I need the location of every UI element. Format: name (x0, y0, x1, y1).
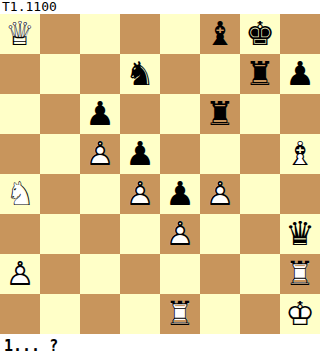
square-h5[interactable]: ♝♗ (280, 134, 320, 174)
square-e7[interactable] (160, 54, 200, 94)
square-c2[interactable] (80, 254, 120, 294)
square-f5[interactable] (200, 134, 240, 174)
square-c8[interactable] (80, 14, 120, 54)
piece-black-bishop: ♝ (200, 14, 240, 54)
square-c7[interactable] (80, 54, 120, 94)
square-b5[interactable] (40, 134, 80, 174)
square-b4[interactable] (40, 174, 80, 214)
square-g7[interactable]: ♜ (240, 54, 280, 94)
square-c5[interactable]: ♟♙ (80, 134, 120, 174)
square-e4[interactable]: ♟ (160, 174, 200, 214)
piece-black-rook: ♜ (200, 94, 240, 134)
square-d6[interactable] (120, 94, 160, 134)
piece-black-knight: ♞ (120, 54, 160, 94)
piece-white-king: ♚♔ (280, 294, 320, 334)
square-d4[interactable]: ♟♙ (120, 174, 160, 214)
square-e3[interactable]: ♟♙ (160, 214, 200, 254)
square-e8[interactable] (160, 14, 200, 54)
piece-black-rook: ♜ (240, 54, 280, 94)
piece-white-rook: ♜♖ (160, 294, 200, 334)
square-c1[interactable] (80, 294, 120, 334)
piece-white-pawn: ♟♙ (200, 174, 240, 214)
piece-white-pawn: ♟♙ (120, 174, 160, 214)
piece-black-pawn: ♟ (160, 174, 200, 214)
chess-puzzle-page: T1.1100 ♛♕♝♚♞♜♟♟♜♟♙♟♝♗♞♘♟♙♟♟♙♟♙♛♟♙♜♖♜♖♚♔… (0, 0, 320, 360)
chessboard: ♛♕♝♚♞♜♟♟♜♟♙♟♝♗♞♘♟♙♟♟♙♟♙♛♟♙♜♖♜♖♚♔ (0, 14, 320, 334)
piece-white-pawn: ♟♙ (160, 214, 200, 254)
piece-white-bishop: ♝♗ (280, 134, 320, 174)
piece-white-queen: ♛♕ (0, 14, 40, 54)
square-f8[interactable]: ♝ (200, 14, 240, 54)
square-a3[interactable] (0, 214, 40, 254)
square-d1[interactable] (120, 294, 160, 334)
square-g4[interactable] (240, 174, 280, 214)
square-f4[interactable]: ♟♙ (200, 174, 240, 214)
square-h2[interactable]: ♜♖ (280, 254, 320, 294)
square-e5[interactable] (160, 134, 200, 174)
square-a4[interactable]: ♞♘ (0, 174, 40, 214)
square-c4[interactable] (80, 174, 120, 214)
square-b7[interactable] (40, 54, 80, 94)
square-a7[interactable] (0, 54, 40, 94)
square-h4[interactable] (280, 174, 320, 214)
piece-white-pawn: ♟♙ (0, 254, 40, 294)
puzzle-title: T1.1100 (2, 0, 57, 14)
square-a6[interactable] (0, 94, 40, 134)
square-h1[interactable]: ♚♔ (280, 294, 320, 334)
square-c3[interactable] (80, 214, 120, 254)
square-b1[interactable] (40, 294, 80, 334)
square-a8[interactable]: ♛♕ (0, 14, 40, 54)
piece-black-king: ♚ (240, 14, 280, 54)
square-b2[interactable] (40, 254, 80, 294)
square-a1[interactable] (0, 294, 40, 334)
square-g8[interactable]: ♚ (240, 14, 280, 54)
square-h6[interactable] (280, 94, 320, 134)
square-a5[interactable] (0, 134, 40, 174)
piece-white-pawn: ♟♙ (80, 134, 120, 174)
piece-black-queen: ♛ (280, 214, 320, 254)
square-b6[interactable] (40, 94, 80, 134)
square-g1[interactable] (240, 294, 280, 334)
square-c6[interactable]: ♟ (80, 94, 120, 134)
piece-black-pawn: ♟ (80, 94, 120, 134)
square-f6[interactable]: ♜ (200, 94, 240, 134)
square-h7[interactable]: ♟ (280, 54, 320, 94)
square-b3[interactable] (40, 214, 80, 254)
square-f1[interactable] (200, 294, 240, 334)
square-d8[interactable] (120, 14, 160, 54)
square-h8[interactable] (280, 14, 320, 54)
move-prompt: 1... ? (4, 334, 58, 360)
square-f2[interactable] (200, 254, 240, 294)
square-d7[interactable]: ♞ (120, 54, 160, 94)
square-f3[interactable] (200, 214, 240, 254)
piece-white-rook: ♜♖ (280, 254, 320, 294)
square-g2[interactable] (240, 254, 280, 294)
square-d5[interactable]: ♟ (120, 134, 160, 174)
square-d2[interactable] (120, 254, 160, 294)
square-b8[interactable] (40, 14, 80, 54)
square-e1[interactable]: ♜♖ (160, 294, 200, 334)
square-g5[interactable] (240, 134, 280, 174)
square-g6[interactable] (240, 94, 280, 134)
square-a2[interactable]: ♟♙ (0, 254, 40, 294)
square-f7[interactable] (200, 54, 240, 94)
piece-white-knight: ♞♘ (0, 174, 40, 214)
square-e6[interactable] (160, 94, 200, 134)
square-g3[interactable] (240, 214, 280, 254)
square-e2[interactable] (160, 254, 200, 294)
square-h3[interactable]: ♛ (280, 214, 320, 254)
piece-black-pawn: ♟ (280, 54, 320, 94)
square-d3[interactable] (120, 214, 160, 254)
piece-black-pawn: ♟ (120, 134, 160, 174)
